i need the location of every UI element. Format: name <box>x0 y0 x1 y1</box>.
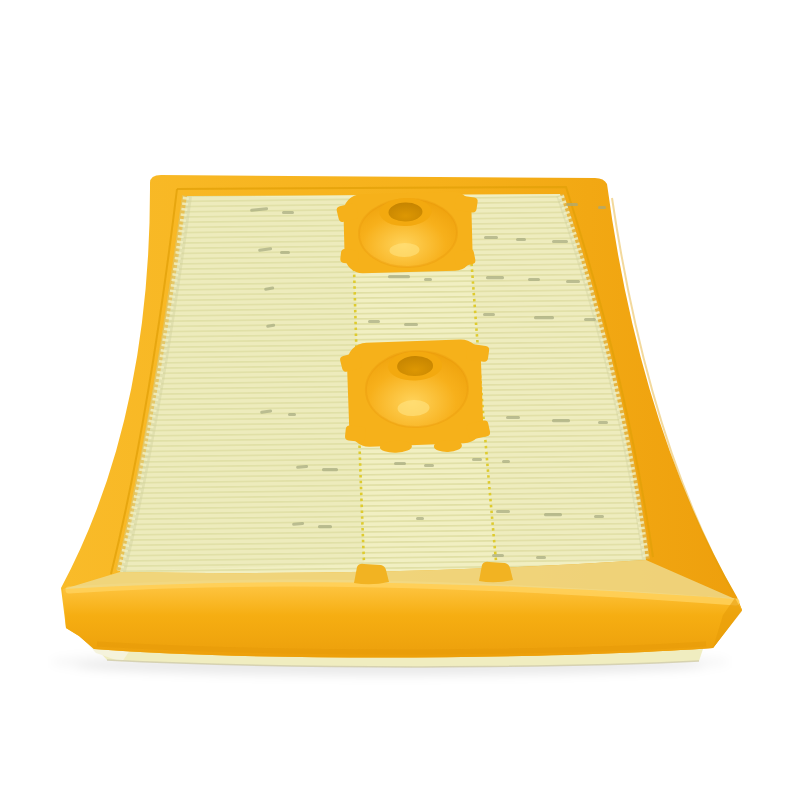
print-mark <box>598 206 606 209</box>
print-mark <box>598 421 608 424</box>
print-mark <box>322 468 338 471</box>
print-mark <box>552 240 568 243</box>
print-mark <box>404 323 418 326</box>
print-mark <box>492 554 504 557</box>
print-mark <box>496 510 510 513</box>
print-mark <box>318 525 332 528</box>
print-mark <box>288 413 296 416</box>
glue-blob-right <box>479 562 513 582</box>
print-mark <box>502 460 510 463</box>
print-mark <box>484 236 498 239</box>
print-mark <box>534 316 554 319</box>
air-filter-photo <box>0 0 800 800</box>
print-mark <box>424 464 434 467</box>
print-mark <box>594 515 604 518</box>
grommet-bottom <box>339 338 493 455</box>
print-mark <box>566 280 580 283</box>
grommet-top <box>336 191 481 274</box>
print-mark <box>536 556 546 559</box>
print-mark <box>280 251 290 254</box>
print-mark <box>472 458 482 461</box>
grommet-base-tab <box>345 425 366 442</box>
print-mark <box>552 419 570 422</box>
print-mark <box>483 313 495 316</box>
print-mark <box>416 517 424 520</box>
product-photo-canvas <box>0 0 800 800</box>
print-mark <box>566 203 578 206</box>
print-mark <box>584 318 596 321</box>
print-mark <box>528 278 540 281</box>
print-mark <box>282 211 294 214</box>
grommet-base-tab <box>340 249 359 265</box>
grommet-base-tab <box>466 343 490 362</box>
print-mark <box>516 238 526 241</box>
print-mark <box>544 513 562 516</box>
print-mark <box>368 320 380 323</box>
glue-blob-left <box>354 564 389 584</box>
print-mark <box>388 275 410 278</box>
print-mark <box>424 278 432 281</box>
print-mark <box>486 276 504 279</box>
print-mark <box>394 462 406 465</box>
print-mark <box>506 416 520 419</box>
